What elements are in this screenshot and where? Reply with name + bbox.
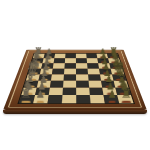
piece-base [108,100,115,103]
black-pawn-glyph: ♟ [107,90,116,99]
square[interactable] [89,81,103,88]
square[interactable]: ♜ [117,95,133,103]
square[interactable] [52,69,64,75]
square[interactable] [48,95,63,103]
square[interactable] [64,69,76,75]
square[interactable]: ♟ [104,95,120,103]
white-rook-glyph: ♜ [20,88,31,100]
piece-white-pawn[interactable]: ♟ [33,82,47,104]
square[interactable] [50,81,64,88]
square[interactable] [64,75,77,81]
square[interactable] [76,88,90,95]
piece-base [37,100,44,103]
square[interactable] [90,95,105,103]
piece-black-rook[interactable]: ♜ [119,82,133,104]
square[interactable] [76,95,90,103]
square[interactable] [62,95,76,103]
square[interactable] [76,81,89,88]
square[interactable] [51,75,64,81]
square[interactable] [88,75,101,81]
piece-black-pawn[interactable]: ♟ [105,82,119,104]
square[interactable] [63,81,76,88]
board-side-edge [3,110,147,114]
square[interactable] [89,88,103,95]
square[interactable] [49,88,63,95]
chess-set-photo: ♜♟♟♜♞♟♟♞♝♟♟♝♚♟♟♚♛♟♟♛♝♟♟♝♞♟♟♞♜♟♟♜ [17,16,133,132]
white-pawn-glyph: ♟ [36,90,45,99]
square[interactable]: ♟ [33,95,49,103]
piece-base [22,100,31,103]
chess-board: ♜♟♟♜♞♟♟♞♝♟♟♝♚♟♟♚♛♟♟♛♝♟♟♝♞♟♟♞♜♟♟♜ [3,50,147,110]
square[interactable] [62,88,76,95]
black-rook-glyph: ♜ [121,88,132,100]
square[interactable] [76,69,88,75]
square[interactable] [76,75,89,81]
square[interactable] [88,69,101,75]
board-field: ♜♟♟♜♞♟♟♞♝♟♟♝♚♟♟♚♛♟♟♛♝♟♟♝♞♟♟♞♜♟♟♜ [17,53,135,104]
piece-base [122,100,131,103]
piece-white-rook[interactable]: ♜ [19,82,33,104]
